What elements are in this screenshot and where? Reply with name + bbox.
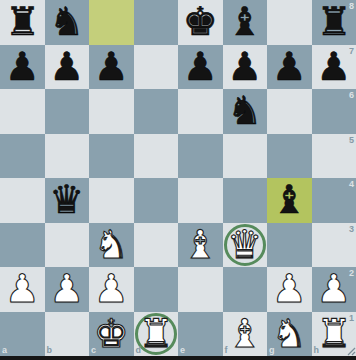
square-g8[interactable] — [267, 0, 312, 45]
square-a4[interactable] — [0, 178, 45, 223]
square-c5[interactable] — [89, 134, 134, 179]
white-knight-icon[interactable]: ♞ — [267, 312, 312, 357]
white-pawn-icon[interactable]: ♟ — [267, 267, 312, 312]
black-rook-icon[interactable]: ♜ — [312, 0, 356, 45]
square-g6[interactable] — [267, 89, 312, 134]
square-d1[interactable]: ♜d — [134, 312, 179, 357]
square-c3[interactable]: ♞ — [89, 223, 134, 268]
white-knight-icon[interactable]: ♞ — [89, 223, 134, 268]
square-d4[interactable] — [134, 178, 179, 223]
black-knight-icon[interactable]: ♞ — [223, 89, 268, 134]
black-pawn-icon[interactable]: ♟ — [0, 45, 45, 90]
square-d3[interactable] — [134, 223, 179, 268]
square-f8[interactable]: ♝ — [223, 0, 268, 45]
square-c1[interactable]: ♚c — [89, 312, 134, 357]
square-d5[interactable] — [134, 134, 179, 179]
white-pawn-icon[interactable]: ♟ — [45, 267, 90, 312]
black-bishop-icon[interactable]: ♝ — [267, 178, 312, 223]
rank-label-6: 6 — [349, 90, 354, 100]
square-e8[interactable]: ♚ — [178, 0, 223, 45]
black-pawn-icon[interactable]: ♟ — [178, 45, 223, 90]
black-pawn-icon[interactable]: ♟ — [89, 45, 134, 90]
square-g5[interactable] — [267, 134, 312, 179]
black-king-icon[interactable]: ♚ — [178, 0, 223, 45]
square-h8[interactable]: ♜8 — [312, 0, 356, 45]
square-b7[interactable]: ♟ — [45, 45, 90, 90]
square-h4[interactable]: 4 — [312, 178, 356, 223]
square-c4[interactable] — [89, 178, 134, 223]
black-pawn-icon[interactable]: ♟ — [45, 45, 90, 90]
square-a2[interactable]: ♟ — [0, 267, 45, 312]
white-pawn-icon[interactable]: ♟ — [312, 267, 356, 312]
square-e6[interactable] — [178, 89, 223, 134]
file-label-e: e — [180, 345, 185, 355]
square-g3[interactable] — [267, 223, 312, 268]
square-f6[interactable]: ♞ — [223, 89, 268, 134]
black-bishop-icon[interactable]: ♝ — [223, 0, 268, 45]
square-e3[interactable]: ♝ — [178, 223, 223, 268]
square-b3[interactable] — [45, 223, 90, 268]
square-e4[interactable] — [178, 178, 223, 223]
square-f3[interactable]: ♛ — [223, 223, 268, 268]
white-pawn-icon[interactable]: ♟ — [0, 267, 45, 312]
square-d8[interactable] — [134, 0, 179, 45]
square-h5[interactable]: 5 — [312, 134, 356, 179]
square-b6[interactable] — [45, 89, 90, 134]
square-h6[interactable]: 6 — [312, 89, 356, 134]
square-d2[interactable] — [134, 267, 179, 312]
square-a8[interactable]: ♜ — [0, 0, 45, 45]
white-bishop-icon[interactable]: ♝ — [223, 312, 268, 357]
square-e7[interactable]: ♟ — [178, 45, 223, 90]
white-bishop-icon[interactable]: ♝ — [178, 223, 223, 268]
chess-board: ♜♞♚♝♜8♟♟♟♟♟♟♟7♞65♛♝4♞♝♛3♟♟♟♟♟2ab♚c♜de♝f♞… — [0, 0, 356, 356]
square-c7[interactable]: ♟ — [89, 45, 134, 90]
square-b4[interactable]: ♛ — [45, 178, 90, 223]
white-rook-icon[interactable]: ♜ — [134, 312, 179, 357]
black-pawn-icon[interactable]: ♟ — [312, 45, 356, 90]
square-a7[interactable]: ♟ — [0, 45, 45, 90]
white-queen-icon[interactable]: ♛ — [223, 223, 268, 268]
square-c8[interactable] — [89, 0, 134, 45]
square-b2[interactable]: ♟ — [45, 267, 90, 312]
square-a1[interactable]: a — [0, 312, 45, 357]
square-h3[interactable]: 3 — [312, 223, 356, 268]
square-e5[interactable] — [178, 134, 223, 179]
rank-label-3: 3 — [349, 224, 354, 234]
square-a3[interactable] — [0, 223, 45, 268]
square-h2[interactable]: ♟2 — [312, 267, 356, 312]
square-f7[interactable]: ♟ — [223, 45, 268, 90]
square-e1[interactable]: e — [178, 312, 223, 357]
black-queen-icon[interactable]: ♛ — [45, 178, 90, 223]
black-knight-icon[interactable]: ♞ — [45, 0, 90, 45]
white-king-icon[interactable]: ♚ — [89, 312, 134, 357]
square-g4[interactable]: ♝ — [267, 178, 312, 223]
black-pawn-icon[interactable]: ♟ — [267, 45, 312, 90]
file-label-a: a — [2, 345, 7, 355]
square-h7[interactable]: ♟7 — [312, 45, 356, 90]
square-d6[interactable] — [134, 89, 179, 134]
black-rook-icon[interactable]: ♜ — [0, 0, 45, 45]
square-d7[interactable] — [134, 45, 179, 90]
square-g1[interactable]: ♞g — [267, 312, 312, 357]
square-c2[interactable]: ♟ — [89, 267, 134, 312]
white-pawn-icon[interactable]: ♟ — [89, 267, 134, 312]
square-a5[interactable] — [0, 134, 45, 179]
square-g7[interactable]: ♟ — [267, 45, 312, 90]
square-f4[interactable] — [223, 178, 268, 223]
square-b5[interactable] — [45, 134, 90, 179]
black-pawn-icon[interactable]: ♟ — [223, 45, 268, 90]
square-f2[interactable] — [223, 267, 268, 312]
square-c6[interactable] — [89, 89, 134, 134]
square-g2[interactable]: ♟ — [267, 267, 312, 312]
rank-label-5: 5 — [349, 135, 354, 145]
board-resize-handle[interactable] — [345, 345, 356, 356]
square-a6[interactable] — [0, 89, 45, 134]
rank-label-4: 4 — [349, 179, 354, 189]
square-e2[interactable] — [178, 267, 223, 312]
square-f1[interactable]: ♝f — [223, 312, 268, 357]
square-f5[interactable] — [223, 134, 268, 179]
bottom-bar — [0, 356, 356, 360]
square-b1[interactable]: b — [45, 312, 90, 357]
file-label-b: b — [47, 345, 53, 355]
square-b8[interactable]: ♞ — [45, 0, 90, 45]
